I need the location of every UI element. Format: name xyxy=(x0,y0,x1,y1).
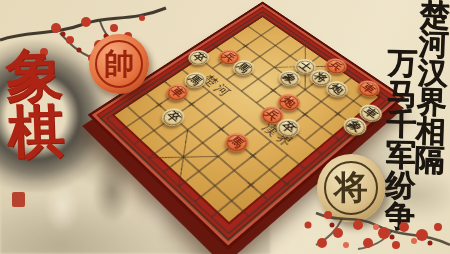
calligraphy-char: 军 xyxy=(385,140,416,171)
title-xiangqi-calligraphy: 象棋 xyxy=(0,47,70,161)
piece-glyph: 卒 xyxy=(277,119,299,137)
piece-ring xyxy=(95,40,143,88)
piece-glyph: 馬 xyxy=(225,133,248,151)
calligraphy-char: 万 xyxy=(387,48,418,79)
calligraphy-char: 马 xyxy=(387,78,418,109)
calligraphy-char: 象 xyxy=(0,47,68,105)
banner-stage: 楚河 漢界 兵車士将炮車象象兵馬炮卒兵卒馬車馬卒 帥 将 象棋 楚河汉界相隔 万… xyxy=(0,0,450,254)
plum-blossom-branch-bottom xyxy=(272,183,450,254)
piece-glyph: 馬 xyxy=(233,60,254,75)
calligraphy-char: 汉 xyxy=(417,58,448,88)
calligraphy-char: 河 xyxy=(418,29,449,59)
calligraphy-char: 千 xyxy=(386,109,417,140)
red-seal-stamp xyxy=(12,192,25,207)
calligraphy-char: 楚 xyxy=(419,0,450,30)
calligraphy-char: 棋 xyxy=(2,103,70,161)
decor-red-general-piece[interactable]: 帥 xyxy=(89,34,149,94)
